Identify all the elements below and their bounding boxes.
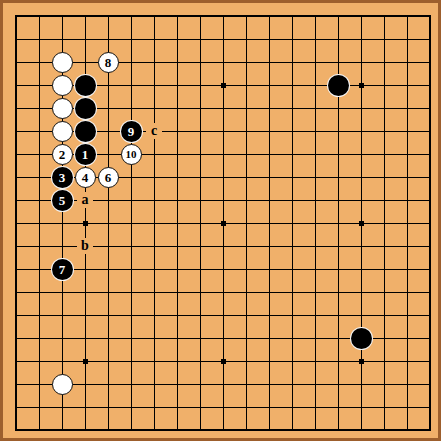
black-stone-5: 5 bbox=[52, 190, 73, 211]
star-point bbox=[83, 221, 88, 226]
black-stone bbox=[75, 75, 96, 96]
black-stone bbox=[75, 98, 96, 119]
white-stone bbox=[52, 52, 73, 73]
grid-line-horizontal bbox=[17, 384, 429, 385]
star-point bbox=[359, 221, 364, 226]
go-board: abc28461013579 bbox=[0, 0, 441, 441]
black-stone bbox=[328, 75, 349, 96]
white-stone bbox=[52, 121, 73, 142]
black-stone bbox=[75, 121, 96, 142]
black-stone-3: 3 bbox=[52, 167, 73, 188]
point-label-a: a bbox=[77, 192, 93, 208]
white-stone-8: 8 bbox=[98, 52, 119, 73]
grid-line-vertical bbox=[384, 17, 385, 429]
grid-line-horizontal bbox=[17, 269, 429, 270]
star-point bbox=[83, 359, 88, 364]
white-stone-2: 2 bbox=[52, 144, 73, 165]
white-stone bbox=[52, 374, 73, 395]
grid-line-vertical bbox=[246, 17, 247, 429]
white-stone-6: 6 bbox=[98, 167, 119, 188]
white-stone-4: 4 bbox=[75, 167, 96, 188]
grid-line-vertical bbox=[315, 17, 316, 429]
grid-line-horizontal bbox=[17, 315, 429, 316]
black-stone bbox=[351, 328, 372, 349]
point-label-c: c bbox=[146, 123, 162, 139]
white-stone-10: 10 bbox=[121, 144, 142, 165]
star-point bbox=[359, 83, 364, 88]
grid-line-vertical bbox=[269, 17, 270, 429]
star-point bbox=[359, 359, 364, 364]
star-point bbox=[221, 221, 226, 226]
black-stone-1: 1 bbox=[75, 144, 96, 165]
grid-line-vertical bbox=[292, 17, 293, 429]
grid-line-vertical bbox=[407, 17, 408, 429]
point-label-b: b bbox=[77, 238, 93, 254]
black-stone-9: 9 bbox=[121, 121, 142, 142]
grid-line-horizontal bbox=[17, 407, 429, 408]
white-stone bbox=[52, 98, 73, 119]
black-stone-7: 7 bbox=[52, 259, 73, 280]
white-stone bbox=[52, 75, 73, 96]
star-point bbox=[221, 359, 226, 364]
grid-line-horizontal bbox=[17, 292, 429, 293]
star-point bbox=[221, 83, 226, 88]
